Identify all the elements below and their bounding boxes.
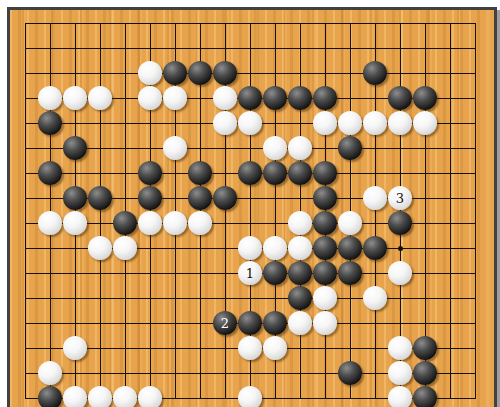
white-stone	[213, 111, 237, 135]
white-stone	[313, 311, 337, 335]
black-stone	[338, 361, 362, 385]
white-stone	[288, 236, 312, 260]
white-stone	[363, 111, 387, 135]
black-stone	[313, 86, 337, 110]
black-stone	[288, 161, 312, 185]
black-stone	[263, 311, 287, 335]
black-stone	[38, 386, 62, 407]
black-stone	[213, 61, 237, 85]
black-stone	[63, 186, 87, 210]
black-stone	[313, 161, 337, 185]
white-stone: 1	[238, 261, 262, 285]
white-stone	[138, 386, 162, 407]
white-stone	[63, 386, 87, 407]
black-stone	[138, 161, 162, 185]
white-stone	[388, 361, 412, 385]
white-stone	[363, 286, 387, 310]
black-stone	[288, 261, 312, 285]
black-stone	[413, 86, 437, 110]
white-stone	[163, 136, 187, 160]
white-stone	[63, 211, 87, 235]
black-stone	[38, 161, 62, 185]
black-stone	[388, 86, 412, 110]
white-stone	[388, 336, 412, 360]
white-stone	[138, 86, 162, 110]
move-number-label: 3	[396, 192, 404, 205]
white-stone	[238, 336, 262, 360]
white-stone	[138, 61, 162, 85]
white-stone	[163, 86, 187, 110]
black-stone	[313, 186, 337, 210]
black-stone	[313, 211, 337, 235]
white-stone	[163, 211, 187, 235]
white-stone	[238, 236, 262, 260]
black-stone	[413, 361, 437, 385]
white-stone	[238, 111, 262, 135]
white-stone	[313, 286, 337, 310]
move-number-label: 2	[221, 317, 229, 330]
white-stone	[263, 336, 287, 360]
white-stone	[63, 86, 87, 110]
white-stone	[388, 386, 412, 407]
black-stone	[313, 236, 337, 260]
white-stone	[388, 111, 412, 135]
white-stone	[38, 211, 62, 235]
black-stone	[238, 86, 262, 110]
black-stone	[288, 286, 312, 310]
black-stone	[238, 161, 262, 185]
white-stone	[213, 86, 237, 110]
white-stone	[113, 386, 137, 407]
white-stone	[313, 111, 337, 135]
black-stone	[338, 236, 362, 260]
white-stone	[288, 136, 312, 160]
black-stone	[263, 161, 287, 185]
black-stone	[263, 86, 287, 110]
black-stone	[188, 61, 212, 85]
black-stone	[188, 186, 212, 210]
white-stone	[113, 236, 137, 260]
black-stone: 2	[213, 311, 237, 335]
black-stone	[38, 111, 62, 135]
black-stone	[338, 136, 362, 160]
black-stone	[263, 261, 287, 285]
white-stone	[88, 86, 112, 110]
go-game-screenshot: 312	[0, 0, 500, 407]
white-stone	[88, 236, 112, 260]
black-stone	[363, 61, 387, 85]
white-stone	[238, 386, 262, 407]
white-stone	[188, 211, 212, 235]
black-stone	[88, 186, 112, 210]
white-stone	[38, 86, 62, 110]
star-point	[398, 246, 403, 251]
black-stone	[313, 261, 337, 285]
white-stone	[288, 311, 312, 335]
white-stone	[63, 336, 87, 360]
white-stone	[263, 136, 287, 160]
black-stone	[113, 211, 137, 235]
black-stone	[238, 311, 262, 335]
white-stone	[388, 261, 412, 285]
black-stone	[363, 236, 387, 260]
black-stone	[188, 161, 212, 185]
black-stone	[388, 211, 412, 235]
white-stone	[363, 186, 387, 210]
white-stone	[88, 386, 112, 407]
black-stone	[413, 336, 437, 360]
white-stone	[413, 111, 437, 135]
white-stone	[138, 211, 162, 235]
white-stone	[263, 236, 287, 260]
black-stone	[338, 261, 362, 285]
black-stone	[163, 61, 187, 85]
white-stone: 3	[388, 186, 412, 210]
black-stone	[63, 136, 87, 160]
black-stone	[413, 386, 437, 407]
stones-layer: 312	[13, 11, 488, 407]
black-stone	[138, 186, 162, 210]
black-stone	[213, 186, 237, 210]
white-stone	[288, 211, 312, 235]
black-stone	[288, 86, 312, 110]
white-stone	[38, 361, 62, 385]
white-stone	[338, 211, 362, 235]
move-number-label: 1	[246, 267, 254, 280]
white-stone	[338, 111, 362, 135]
